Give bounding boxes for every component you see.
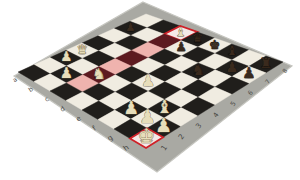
white-pawn-a3[interactable]: ♟ <box>60 48 72 64</box>
black-knight-f6[interactable]: ♞ <box>192 61 205 78</box>
black-pawn-g7[interactable]: ♟ <box>225 59 238 75</box>
black-rook-h8[interactable]: ♜ <box>260 55 273 71</box>
chess-3d-diagram: abcdefgh12345678♟♝♛♚♟♛♝♟♜♟♞♟♟♞♟♝♟♟♟♚ <box>0 0 300 180</box>
white-pawn-e4[interactable]: ♟ <box>141 72 155 90</box>
chessboard: abcdefgh12345678♟♝♛♚♟♛♝♟♜♟♞♟♟♞♟♝♟♟♟♚ <box>0 0 300 180</box>
black-pawn-h7[interactable]: ♟ <box>242 64 255 82</box>
black-bishop-f8[interactable]: ♝ <box>226 43 238 58</box>
white-bishop-c8[interactable]: ♝ <box>175 25 185 39</box>
white-pawn-f2[interactable]: ♟ <box>123 98 139 118</box>
white-knight-c3[interactable]: ♞ <box>92 65 105 83</box>
black-king-e8[interactable]: ♚ <box>209 37 220 52</box>
black-queen-d8[interactable]: ♛ <box>192 31 203 45</box>
black-pawn-a7[interactable]: ♟ <box>126 21 136 34</box>
white-pawn-h2[interactable]: ♟ <box>155 114 172 137</box>
white-queen-a4[interactable]: ♛ <box>76 42 88 57</box>
black-pawn-d7[interactable]: ♟ <box>176 39 187 54</box>
white-pawn-b2[interactable]: ♟ <box>60 64 73 81</box>
white-king-h1[interactable]: ♚ <box>138 125 156 148</box>
